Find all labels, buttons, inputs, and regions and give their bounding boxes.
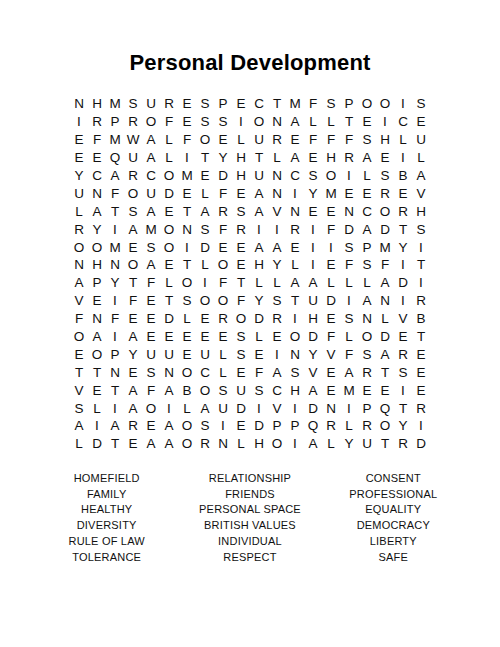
grid-cell: N [268, 184, 286, 202]
grid-cell: H [286, 381, 304, 399]
grid-cell: E [304, 149, 322, 167]
grid-cell: A [286, 113, 304, 131]
grid-cell: D [232, 399, 250, 417]
grid-cell: I [304, 256, 322, 274]
grid-cell: U [304, 292, 322, 310]
grid-cell: A [196, 202, 214, 220]
grid-cell: R [124, 417, 142, 435]
grid-cell: E [376, 149, 394, 167]
grid-cell: L [340, 417, 358, 435]
grid-cell: V [394, 310, 412, 328]
grid-cell: M [142, 220, 160, 238]
grid-cell: N [178, 220, 196, 238]
grid-cell: E [412, 113, 430, 131]
grid-cell: N [106, 363, 124, 381]
grid-cell: Y [70, 167, 88, 185]
grid-cell: R [340, 149, 358, 167]
grid-cell: N [286, 345, 304, 363]
grid-cell: I [394, 149, 412, 167]
grid-cell: O [250, 113, 268, 131]
grid-cell: E [214, 238, 232, 256]
grid-cell: O [214, 256, 232, 274]
grid-cell: R [412, 292, 430, 310]
word-item: TOLERANCE [35, 550, 178, 566]
grid-cell: P [106, 113, 124, 131]
word-item: BRITISH VALUES [178, 518, 321, 534]
grid-cell: O [160, 220, 178, 238]
grid-cell: Q [304, 417, 322, 435]
grid-cell: T [160, 292, 178, 310]
grid-cell: E [412, 363, 430, 381]
grid-cell: R [70, 220, 88, 238]
word-item: SAFE [322, 550, 465, 566]
grid-cell: R [394, 202, 412, 220]
word-item: RULE OF LAW [35, 534, 178, 550]
grid-cell: I [178, 149, 196, 167]
grid-cell: M [106, 131, 124, 149]
grid-cell: H [232, 167, 250, 185]
grid-cell: E [124, 310, 142, 328]
grid-cell: I [160, 399, 178, 417]
grid-cell: E [124, 435, 142, 453]
grid-cell: L [196, 256, 214, 274]
grid-cell: E [70, 131, 88, 149]
word-item: HOMEFIELD [35, 471, 178, 487]
grid-cell: N [214, 435, 232, 453]
grid-cell: F [88, 131, 106, 149]
grid-cell: I [304, 220, 322, 238]
grid-cell: A [106, 417, 124, 435]
grid-cell: A [376, 345, 394, 363]
grid-cell: R [322, 417, 340, 435]
grid-cell: I [412, 274, 430, 292]
grid-cell: I [232, 113, 250, 131]
grid-cell: A [124, 399, 142, 417]
grid-cell: L [358, 274, 376, 292]
grid-cell: R [268, 310, 286, 328]
grid-cell: C [394, 113, 412, 131]
grid-cell: T [394, 220, 412, 238]
grid-cell: R [394, 435, 412, 453]
grid-cell: A [358, 220, 376, 238]
grid-cell: O [160, 167, 178, 185]
grid-cell: R [124, 167, 142, 185]
grid-cell: E [214, 131, 232, 149]
grid-cell: O [196, 292, 214, 310]
grid-cell: S [214, 113, 232, 131]
grid-cell: L [70, 202, 88, 220]
grid-cell: E [358, 184, 376, 202]
grid-cell: E [232, 184, 250, 202]
word-item: LIBERTY [322, 534, 465, 550]
grid-cell: Y [394, 417, 412, 435]
grid-cell: A [250, 238, 268, 256]
grid-cell: D [304, 399, 322, 417]
grid-cell: E [196, 328, 214, 346]
grid-cell: E [394, 328, 412, 346]
grid-cell: O [358, 95, 376, 113]
grid-cell: E [304, 202, 322, 220]
grid-cell: O [178, 274, 196, 292]
grid-cell: O [70, 238, 88, 256]
grid-cell: M [322, 184, 340, 202]
grid-cell: A [286, 149, 304, 167]
grid-cell: F [106, 310, 124, 328]
grid-cell: A [142, 131, 160, 149]
grid-cell: T [412, 256, 430, 274]
grid-cell: L [196, 184, 214, 202]
grid-cell: N [286, 202, 304, 220]
grid-cell: R [412, 399, 430, 417]
grid-cell: L [394, 131, 412, 149]
grid-cell: P [340, 95, 358, 113]
grid-cell: O [268, 435, 286, 453]
grid-cell: A [124, 381, 142, 399]
grid-cell: I [286, 310, 304, 328]
grid-cell: E [88, 149, 106, 167]
grid-cell: I [268, 345, 286, 363]
word-list-column: HOMEFIELDFAMILYHEALTHYDIVERSITYRULE OF L… [35, 471, 178, 565]
grid-cell: A [106, 167, 124, 185]
word-item: PERSONAL SPACE [178, 502, 321, 518]
grid-cell: I [322, 238, 340, 256]
grid-cell: F [322, 220, 340, 238]
grid-cell: T [124, 274, 142, 292]
grid-cell: I [106, 220, 124, 238]
grid-cell: O [358, 328, 376, 346]
grid-cell: L [214, 345, 232, 363]
word-item: EQUALITY [322, 502, 465, 518]
grid-cell: I [286, 399, 304, 417]
grid-cell: F [340, 131, 358, 149]
grid-cell: D [160, 310, 178, 328]
grid-cell: R [196, 435, 214, 453]
grid-cell: E [268, 328, 286, 346]
grid-cell: I [268, 220, 286, 238]
grid-cell: L [232, 435, 250, 453]
grid-cell: S [412, 95, 430, 113]
grid-cell: E [322, 310, 340, 328]
grid-cell: I [394, 256, 412, 274]
grid-cell: F [124, 292, 142, 310]
grid-cell: S [376, 167, 394, 185]
grid-cell: A [124, 220, 142, 238]
grid-cell: S [214, 381, 232, 399]
grid-cell: V [268, 399, 286, 417]
grid-cell: O [142, 399, 160, 417]
grid-cell: S [394, 363, 412, 381]
grid-cell: I [106, 399, 124, 417]
grid-cell: E [322, 381, 340, 399]
grid-cell: S [412, 220, 430, 238]
word-item: INDIVIDUAL [178, 534, 321, 550]
grid-cell: E [232, 95, 250, 113]
grid-cell: I [412, 238, 430, 256]
grid-cell: O [178, 435, 196, 453]
grid-cell: S [196, 417, 214, 435]
grid-cell: T [178, 202, 196, 220]
grid-cell: I [340, 167, 358, 185]
grid-cell: I [340, 399, 358, 417]
grid-cell: E [178, 95, 196, 113]
grid-cell: A [304, 381, 322, 399]
grid-cell: R [358, 417, 376, 435]
word-search-grid: NHMSURESPECTMFSPOOISIRPROFESSIONALLTEICE… [70, 95, 430, 453]
grid-cell: Y [250, 292, 268, 310]
grid-cell: F [70, 310, 88, 328]
word-item: FAMILY [35, 487, 178, 503]
grid-cell: T [268, 95, 286, 113]
grid-cell: B [394, 167, 412, 185]
grid-cell: F [322, 328, 340, 346]
grid-cell: E [178, 184, 196, 202]
grid-cell: T [376, 363, 394, 381]
grid-cell: E [88, 381, 106, 399]
grid-cell: T [106, 202, 124, 220]
grid-cell: U [250, 167, 268, 185]
grid-cell: P [106, 345, 124, 363]
grid-cell: L [340, 328, 358, 346]
grid-cell: F [214, 274, 232, 292]
grid-cell: H [304, 310, 322, 328]
grid-cell: A [70, 274, 88, 292]
grid-cell: U [142, 95, 160, 113]
word-item: HEALTHY [35, 502, 178, 518]
grid-cell: Q [376, 399, 394, 417]
grid-cell: O [178, 417, 196, 435]
grid-cell: I [70, 113, 88, 131]
grid-cell: O [376, 417, 394, 435]
grid-cell: E [250, 345, 268, 363]
grid-cell: E [214, 328, 232, 346]
grid-cell: V [70, 292, 88, 310]
grid-cell: I [250, 220, 268, 238]
grid-cell: N [340, 202, 358, 220]
grid-cell: L [70, 435, 88, 453]
grid-cell: N [88, 184, 106, 202]
grid-cell: M [106, 238, 124, 256]
grid-cell: E [286, 238, 304, 256]
grid-cell: H [250, 435, 268, 453]
grid-cell: A [412, 167, 430, 185]
word-item: FRIENDS [178, 487, 321, 503]
grid-cell: N [70, 95, 88, 113]
grid-cell: L [376, 310, 394, 328]
grid-cell: E [232, 238, 250, 256]
grid-cell: H [412, 202, 430, 220]
grid-cell: R [268, 131, 286, 149]
grid-cell: N [376, 292, 394, 310]
grid-cell: Y [304, 184, 322, 202]
grid-cell: E [142, 292, 160, 310]
grid-cell: B [178, 381, 196, 399]
grid-cell: E [286, 131, 304, 149]
grid-cell: L [268, 274, 286, 292]
grid-cell: Y [214, 149, 232, 167]
grid-cell: N [160, 363, 178, 381]
grid-cell: O [124, 256, 142, 274]
grid-cell: L [160, 274, 178, 292]
grid-cell: H [376, 131, 394, 149]
grid-cell: I [304, 238, 322, 256]
grid-cell: E [178, 328, 196, 346]
grid-cell: I [106, 292, 124, 310]
grid-cell: I [394, 95, 412, 113]
grid-cell: B [412, 310, 430, 328]
grid-cell: F [376, 256, 394, 274]
grid-cell: A [88, 328, 106, 346]
grid-cell: I [394, 292, 412, 310]
grid-cell: F [142, 274, 160, 292]
grid-cell: O [178, 363, 196, 381]
grid-cell: T [178, 256, 196, 274]
grid-cell: L [232, 131, 250, 149]
grid-cell: R [160, 95, 178, 113]
grid-cell: R [376, 184, 394, 202]
grid-cell: L [286, 256, 304, 274]
grid-cell: R [232, 220, 250, 238]
grid-cell: A [268, 238, 286, 256]
grid-cell: S [358, 345, 376, 363]
grid-cell: H [88, 256, 106, 274]
grid-cell: E [196, 310, 214, 328]
grid-cell: L [160, 149, 178, 167]
grid-cell: D [394, 274, 412, 292]
grid-cell: O [70, 328, 88, 346]
grid-cell: F [214, 184, 232, 202]
grid-cell: E [394, 184, 412, 202]
grid-cell: C [358, 202, 376, 220]
grid-cell: N [106, 256, 124, 274]
grid-cell: L [322, 274, 340, 292]
grid-cell: M [178, 167, 196, 185]
grid-cell: E [142, 328, 160, 346]
grid-cell: T [286, 292, 304, 310]
grid-cell: S [286, 363, 304, 381]
grid-cell: L [250, 274, 268, 292]
word-item: RELATIONSHIP [178, 471, 321, 487]
grid-cell: D [340, 220, 358, 238]
grid-cell: S [142, 363, 160, 381]
grid-cell: Y [268, 256, 286, 274]
grid-cell: T [412, 328, 430, 346]
grid-cell: E [412, 381, 430, 399]
grid-cell: U [250, 131, 268, 149]
grid-cell: A [250, 184, 268, 202]
grid-cell: L [358, 167, 376, 185]
grid-cell: F [214, 220, 232, 238]
grid-cell: W [124, 131, 142, 149]
grid-cell: O [376, 95, 394, 113]
word-item: CONSENT [322, 471, 465, 487]
grid-cell: U [196, 345, 214, 363]
grid-cell: F [340, 256, 358, 274]
grid-cell: U [232, 381, 250, 399]
grid-cell: E [70, 149, 88, 167]
word-item: RESPECT [178, 550, 321, 566]
grid-cell: E [142, 310, 160, 328]
grid-cell: R [214, 202, 232, 220]
grid-cell: A [142, 256, 160, 274]
grid-cell: F [142, 381, 160, 399]
grid-cell: E [160, 328, 178, 346]
grid-cell: C [196, 363, 214, 381]
grid-cell: E [160, 256, 178, 274]
grid-cell: L [214, 363, 232, 381]
grid-cell: O [196, 381, 214, 399]
grid-cell: R [214, 310, 232, 328]
grid-cell: A [376, 274, 394, 292]
grid-cell: A [304, 435, 322, 453]
grid-cell: M [340, 381, 358, 399]
grid-cell: S [232, 345, 250, 363]
grid-cell: F [322, 131, 340, 149]
grid-cell: U [160, 345, 178, 363]
grid-cell: N [268, 113, 286, 131]
grid-cell: S [250, 381, 268, 399]
grid-cell: C [286, 167, 304, 185]
grid-cell: I [286, 184, 304, 202]
word-item: DIVERSITY [35, 518, 178, 534]
grid-cell: A [268, 363, 286, 381]
word-list-column: RELATIONSHIPFRIENDSPERSONAL SPACEBRITISH… [178, 471, 321, 565]
grid-cell: Y [394, 238, 412, 256]
grid-cell: T [106, 381, 124, 399]
grid-cell: V [412, 184, 430, 202]
grid-cell: F [304, 95, 322, 113]
grid-cell: A [196, 399, 214, 417]
grid-cell: L [178, 310, 196, 328]
grid-cell: S [70, 399, 88, 417]
grid-cell: H [322, 149, 340, 167]
grid-cell: S [340, 238, 358, 256]
grid-cell: O [322, 167, 340, 185]
grid-cell: E [358, 381, 376, 399]
grid-cell: L [322, 435, 340, 453]
grid-cell: Q [106, 149, 124, 167]
grid-cell: M [106, 95, 124, 113]
word-item: PROFESSIONAL [322, 487, 465, 503]
grid-cell: A [160, 417, 178, 435]
grid-cell: L [160, 131, 178, 149]
grid-cell: L [268, 149, 286, 167]
grid-cell: I [214, 417, 232, 435]
grid-cell: I [286, 435, 304, 453]
grid-cell: E [70, 345, 88, 363]
grid-cell: E [340, 184, 358, 202]
grid-cell: M [286, 95, 304, 113]
grid-cell: L [322, 113, 340, 131]
grid-cell: Y [124, 345, 142, 363]
grid-cell: H [232, 149, 250, 167]
grid-cell: E [376, 381, 394, 399]
grid-cell: N [358, 310, 376, 328]
grid-cell: S [268, 292, 286, 310]
grid-cell: D [196, 238, 214, 256]
grid-cell: A [358, 292, 376, 310]
grid-cell: O [160, 238, 178, 256]
grid-cell: O [124, 184, 142, 202]
grid-cell: Y [304, 345, 322, 363]
grid-cell: U [142, 345, 160, 363]
grid-cell: S [322, 95, 340, 113]
grid-cell: E [232, 417, 250, 435]
grid-cell: V [70, 381, 88, 399]
grid-cell: S [340, 310, 358, 328]
grid-cell: D [322, 292, 340, 310]
grid-cell: E [142, 417, 160, 435]
grid-cell: P [88, 274, 106, 292]
